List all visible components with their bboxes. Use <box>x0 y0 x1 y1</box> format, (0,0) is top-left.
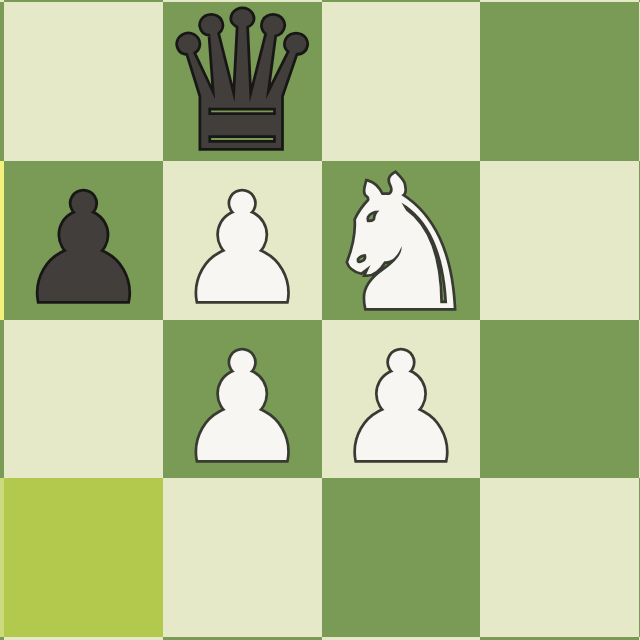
square-d5[interactable]: ♟ <box>322 320 481 479</box>
white-knight[interactable]: ♞ <box>318 152 483 336</box>
square-c4[interactable] <box>163 478 322 637</box>
square-b6[interactable]: ♟ <box>4 161 163 320</box>
square-b7[interactable] <box>4 2 163 161</box>
square-d6[interactable]: ♞ <box>322 161 481 320</box>
square-c7[interactable]: ♛ <box>163 2 322 161</box>
chess-board: ♛♟♟♞♟♟ <box>0 0 640 640</box>
square-d4[interactable] <box>322 478 481 637</box>
square-e7[interactable] <box>480 2 639 161</box>
white-pawn[interactable]: ♟ <box>334 333 468 483</box>
black-queen[interactable]: ♛ <box>157 0 327 178</box>
square-c5[interactable]: ♟ <box>163 320 322 479</box>
square-e6[interactable] <box>480 161 639 320</box>
square-c6[interactable]: ♟ <box>163 161 322 320</box>
black-pawn[interactable]: ♟ <box>16 174 150 324</box>
white-pawn[interactable]: ♟ <box>175 333 309 483</box>
square-e4[interactable] <box>480 478 639 637</box>
square-b5[interactable] <box>4 320 163 479</box>
square-e5[interactable] <box>480 320 639 479</box>
square-b4[interactable] <box>4 478 163 637</box>
white-pawn[interactable]: ♟ <box>175 174 309 324</box>
